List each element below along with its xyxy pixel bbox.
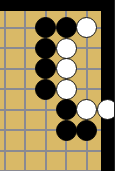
white-stone-c6-r5[interactable] bbox=[97, 99, 115, 120]
intersection-c1-r2[interactable] bbox=[0, 38, 15, 59]
white-stone-c5-r1[interactable] bbox=[76, 17, 97, 38]
intersection-c2-r1[interactable] bbox=[15, 17, 36, 38]
intersection-c6-r1[interactable] bbox=[97, 17, 114, 38]
intersection-c2-r5[interactable] bbox=[15, 99, 36, 120]
intersection-c1-r8[interactable] bbox=[0, 161, 15, 171]
intersection-c1-r3[interactable] bbox=[0, 58, 15, 79]
intersection-c2-r7[interactable] bbox=[15, 140, 36, 161]
intersection-c4-r7[interactable] bbox=[56, 140, 77, 161]
intersection-c6-r6[interactable] bbox=[97, 120, 114, 141]
intersection-c5-r7[interactable] bbox=[76, 140, 97, 161]
black-stone-c5-r6[interactable] bbox=[76, 120, 97, 141]
intersection-c6-r4[interactable] bbox=[97, 79, 114, 100]
black-stone-c4-r5[interactable] bbox=[56, 99, 77, 120]
black-stone-c4-r1[interactable] bbox=[56, 17, 77, 38]
white-stone-c4-r4[interactable] bbox=[56, 79, 77, 100]
black-stone-c3-r2[interactable] bbox=[35, 38, 56, 59]
intersection-c3-r5[interactable] bbox=[35, 99, 56, 120]
black-stone-c3-r4[interactable] bbox=[35, 79, 56, 100]
intersection-c6-r2[interactable] bbox=[97, 38, 114, 59]
black-stone-c4-r6[interactable] bbox=[56, 120, 77, 141]
intersection-c3-r7[interactable] bbox=[35, 140, 56, 161]
black-stone-c3-r3[interactable] bbox=[35, 58, 56, 79]
intersection-c5-r2[interactable] bbox=[76, 38, 97, 59]
black-stone-c3-r1[interactable] bbox=[35, 17, 56, 38]
white-stone-c4-r2[interactable] bbox=[56, 38, 77, 59]
intersection-c1-r4[interactable] bbox=[0, 79, 15, 100]
intersection-c1-r5[interactable] bbox=[0, 99, 15, 120]
intersection-c1-r6[interactable] bbox=[0, 120, 15, 141]
intersection-c2-r6[interactable] bbox=[15, 120, 36, 141]
intersection-c1-r1[interactable] bbox=[0, 17, 15, 38]
intersection-c6-r8[interactable] bbox=[97, 161, 114, 171]
intersection-c6-r3[interactable] bbox=[97, 58, 114, 79]
intersection-c5-r4[interactable] bbox=[76, 79, 97, 100]
intersection-c2-r3[interactable] bbox=[15, 58, 36, 79]
intersection-c6-r7[interactable] bbox=[97, 140, 114, 161]
white-stone-c4-r3[interactable] bbox=[56, 58, 77, 79]
intersection-c3-r6[interactable] bbox=[35, 120, 56, 141]
go-board bbox=[0, 0, 114, 171]
intersection-c1-r7[interactable] bbox=[0, 140, 15, 161]
intersection-c3-r8[interactable] bbox=[35, 161, 56, 171]
intersection-c5-r3[interactable] bbox=[76, 58, 97, 79]
intersection-c2-r8[interactable] bbox=[15, 161, 36, 171]
intersection-c5-r8[interactable] bbox=[76, 161, 97, 171]
intersection-c4-r8[interactable] bbox=[56, 161, 77, 171]
intersection-c2-r4[interactable] bbox=[15, 79, 36, 100]
white-stone-c5-r5[interactable] bbox=[76, 99, 97, 120]
intersection-c2-r2[interactable] bbox=[15, 38, 36, 59]
